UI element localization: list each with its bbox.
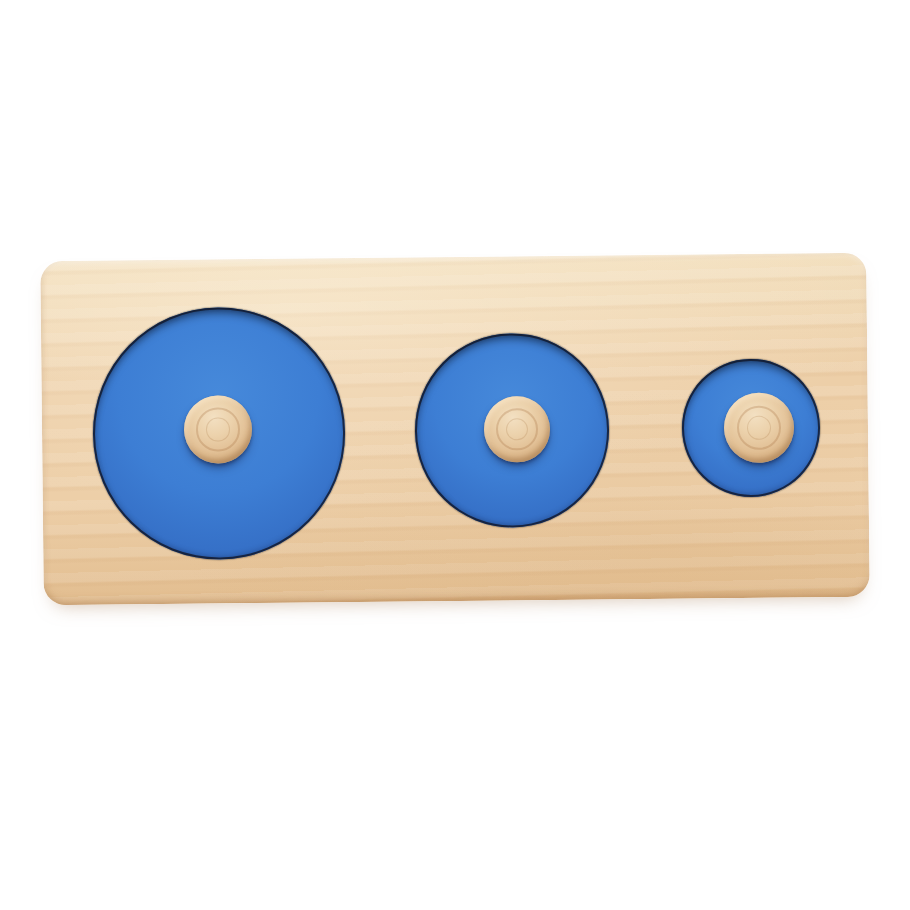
knob-ring-outer [736,405,781,450]
wooden-knob-small[interactable] [724,392,795,463]
circle-slot-small [681,358,820,497]
product-photo-scene [0,0,910,910]
wooden-knob-medium[interactable] [484,396,551,463]
circle-slot-large [92,306,347,561]
knob-ring-outer [496,408,539,451]
blue-circle-piece-medium[interactable] [414,332,610,528]
knob-ring-inner [206,418,229,441]
wooden-knob-large[interactable] [184,395,253,464]
blue-circle-piece-large[interactable] [92,306,347,561]
blue-circle-piece-small[interactable] [681,358,820,497]
knob-ring-inner [506,418,529,441]
circle-slot-medium [414,332,610,528]
knob-ring-outer [196,407,240,451]
knob-ring-inner [747,416,771,440]
puzzle-board [40,253,870,606]
